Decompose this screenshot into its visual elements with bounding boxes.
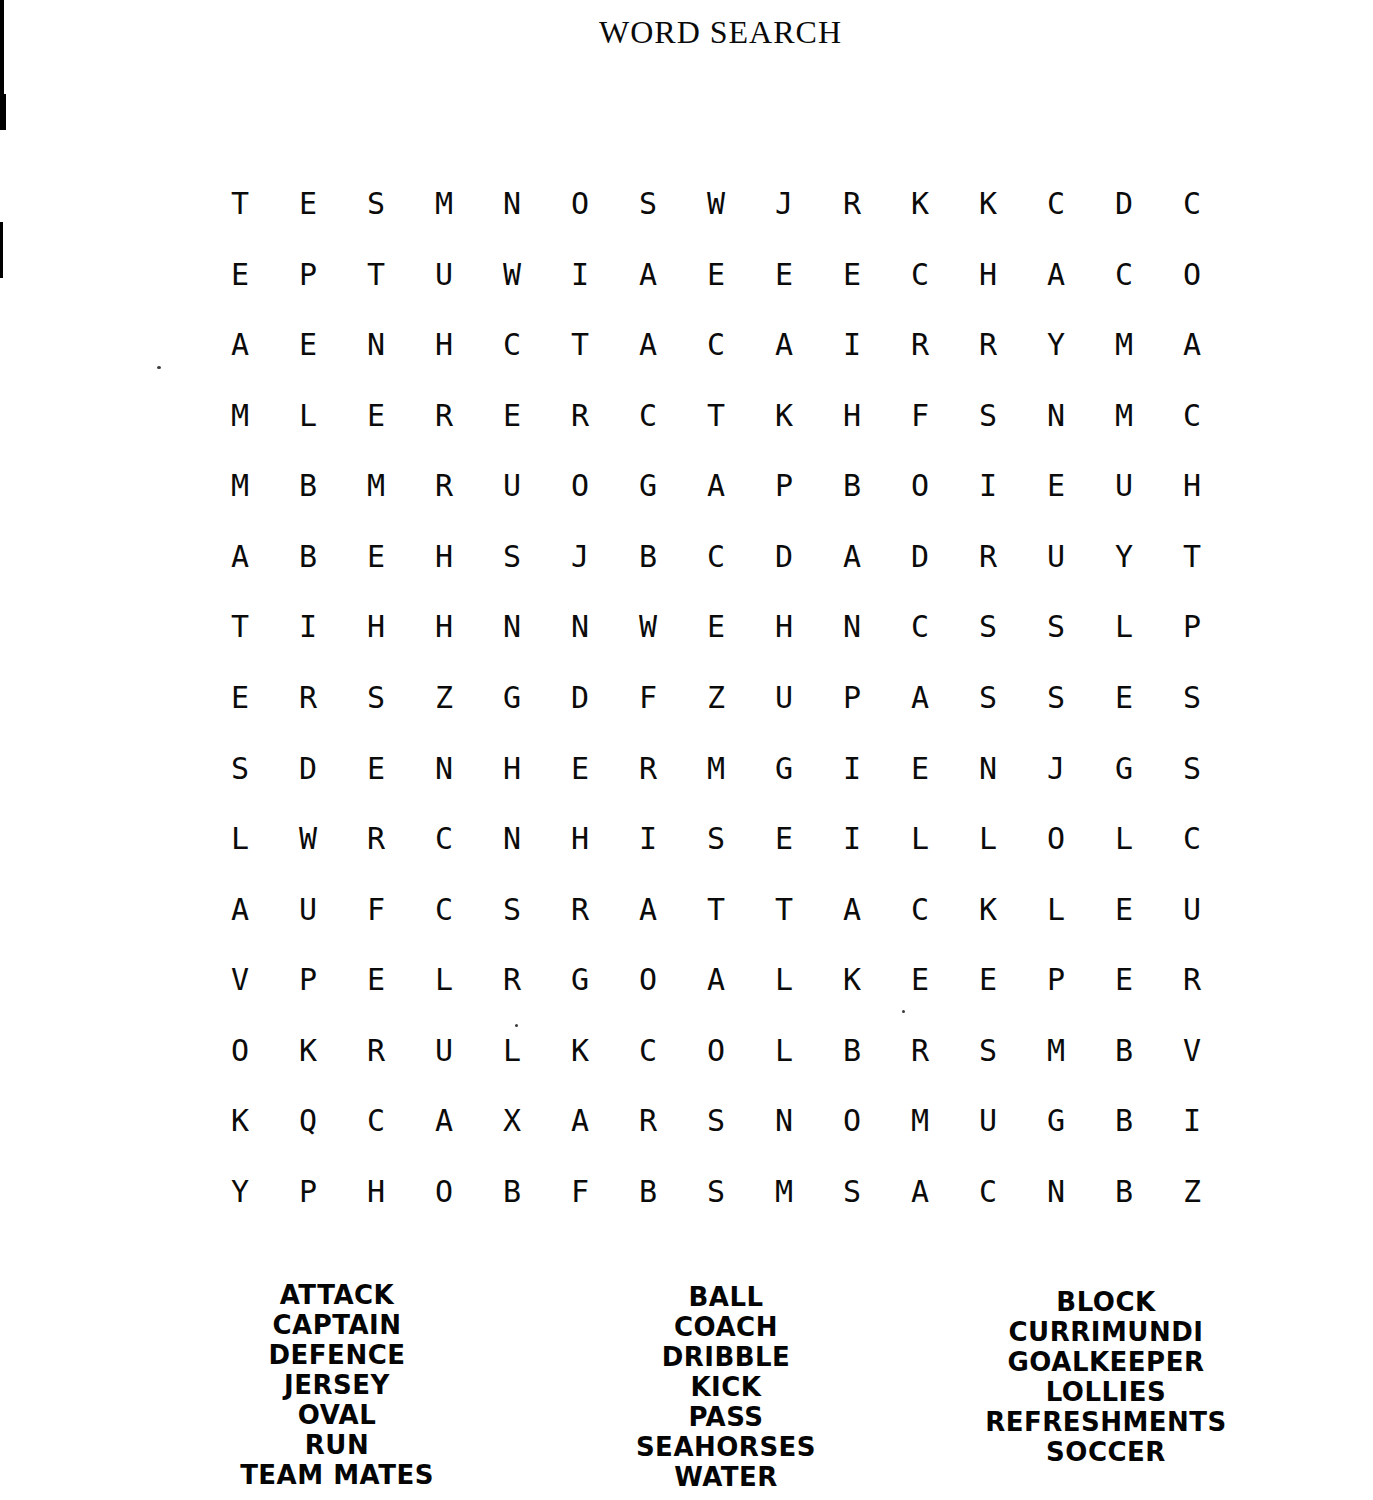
word-list-column-2: BALLCOACHDRIBBLEKICKPASSSEAHORSESWATER — [576, 1282, 876, 1492]
grid-cell-r6c10[interactable]: A — [818, 522, 886, 593]
grid-cell-r14c7[interactable]: R — [614, 1086, 682, 1157]
puzzle-title: WORD SEARCH — [599, 14, 842, 51]
grid-cell-r10c5[interactable]: N — [478, 804, 546, 875]
grid-cell-r13c9[interactable]: L — [750, 1015, 818, 1086]
grid-cell-r9c15[interactable]: S — [1158, 733, 1226, 804]
word-list-column-1: ATTACKCAPTAINDEFENCEJERSEYOVALRUNTEAM MA… — [187, 1280, 487, 1490]
grid-cell-r2c8[interactable]: E — [682, 240, 750, 311]
word-kick: KICK — [576, 1372, 876, 1402]
grid-cell-r1c11[interactable]: K — [886, 169, 954, 240]
grid-cell-r7c6[interactable]: N — [546, 592, 614, 663]
grid-cell-r11c13[interactable]: L — [1022, 874, 1090, 945]
grid-cell-r12c2[interactable]: P — [274, 945, 342, 1016]
grid-cell-r7c12[interactable]: S — [954, 592, 1022, 663]
grid-cell-r11c3[interactable]: F — [342, 874, 410, 945]
grid-cell-r2c7[interactable]: A — [614, 240, 682, 311]
scan-artifact-line — [0, 222, 3, 278]
grid-cell-r6c5[interactable]: S — [478, 522, 546, 593]
grid-cell-r6c7[interactable]: B — [614, 522, 682, 593]
grid-cell-r9c6[interactable]: E — [546, 733, 614, 804]
grid-cell-r4c12[interactable]: S — [954, 381, 1022, 452]
grid-cell-r8c7[interactable]: F — [614, 663, 682, 734]
grid-cell-r14c13[interactable]: G — [1022, 1086, 1090, 1157]
grid-cell-r9c2[interactable]: D — [274, 733, 342, 804]
grid-cell-r7c5[interactable]: N — [478, 592, 546, 663]
word-soccer: SOCCER — [946, 1437, 1266, 1467]
grid-cell-r15c4[interactable]: O — [410, 1156, 478, 1227]
grid-cell-r6c8[interactable]: C — [682, 522, 750, 593]
grid-cell-r10c7[interactable]: I — [614, 804, 682, 875]
word-jersey: JERSEY — [187, 1370, 487, 1400]
grid-cell-r12c5[interactable]: R — [478, 945, 546, 1016]
grid-cell-r12c14[interactable]: E — [1090, 945, 1158, 1016]
grid-cell-r9c10[interactable]: I — [818, 733, 886, 804]
grid-cell-r7c3[interactable]: H — [342, 592, 410, 663]
grid-cell-r6c1[interactable]: A — [206, 522, 274, 593]
grid-cell-r4c1[interactable]: M — [206, 381, 274, 452]
grid-cell-r7c11[interactable]: C — [886, 592, 954, 663]
word-currimundi: CURRIMUNDI — [946, 1317, 1266, 1347]
grid-cell-r3c11[interactable]: R — [886, 310, 954, 381]
grid-cell-r5c11[interactable]: O — [886, 451, 954, 522]
grid-cell-r3c2[interactable]: E — [274, 310, 342, 381]
word-refreshments: REFRESHMENTS — [946, 1407, 1266, 1437]
grid-cell-r1c3[interactable]: S — [342, 169, 410, 240]
grid-cell-r3c4[interactable]: H — [410, 310, 478, 381]
grid-cell-r11c4[interactable]: C — [410, 874, 478, 945]
grid-cell-r1c12[interactable]: K — [954, 169, 1022, 240]
grid-cell-r11c7[interactable]: A — [614, 874, 682, 945]
grid-cell-r10c15[interactable]: C — [1158, 804, 1226, 875]
grid-cell-r11c11[interactable]: C — [886, 874, 954, 945]
grid-cell-r7c14[interactable]: L — [1090, 592, 1158, 663]
grid-cell-r11c6[interactable]: R — [546, 874, 614, 945]
grid-cell-r4c15[interactable]: C — [1158, 381, 1226, 452]
grid-cell-r5c12[interactable]: I — [954, 451, 1022, 522]
grid-cell-r8c13[interactable]: S — [1022, 663, 1090, 734]
grid-cell-r5c14[interactable]: U — [1090, 451, 1158, 522]
grid-cell-r14c2[interactable]: Q — [274, 1086, 342, 1157]
grid-cell-r4c13[interactable]: N — [1022, 381, 1090, 452]
grid-cell-r12c6[interactable]: G — [546, 945, 614, 1016]
grid-cell-r7c10[interactable]: N — [818, 592, 886, 663]
grid-cell-r2c2[interactable]: P — [274, 240, 342, 311]
grid-cell-r15c15[interactable]: Z — [1158, 1156, 1226, 1227]
grid-cell-r8c8[interactable]: Z — [682, 663, 750, 734]
grid-cell-r12c4[interactable]: L — [410, 945, 478, 1016]
scan-artifact-blob — [0, 94, 6, 130]
grid-cell-r9c5[interactable]: H — [478, 733, 546, 804]
grid-cell-r13c8[interactable]: O — [682, 1015, 750, 1086]
grid-cell-r11c5[interactable]: S — [478, 874, 546, 945]
grid-cell-r9c9[interactable]: G — [750, 733, 818, 804]
grid-cell-r15c12[interactable]: C — [954, 1156, 1022, 1227]
grid-cell-r13c15[interactable]: V — [1158, 1015, 1226, 1086]
grid-cell-r13c12[interactable]: S — [954, 1015, 1022, 1086]
grid-cell-r4c2[interactable]: L — [274, 381, 342, 452]
grid-cell-r2c5[interactable]: W — [478, 240, 546, 311]
grid-cell-r14c5[interactable]: X — [478, 1086, 546, 1157]
grid-cell-r3c6[interactable]: T — [546, 310, 614, 381]
grid-cell-r1c9[interactable]: J — [750, 169, 818, 240]
grid-cell-r9c1[interactable]: S — [206, 733, 274, 804]
grid-cell-r14c3[interactable]: C — [342, 1086, 410, 1157]
grid-cell-r11c14[interactable]: E — [1090, 874, 1158, 945]
grid-cell-r4c7[interactable]: C — [614, 381, 682, 452]
grid-cell-r1c10[interactable]: R — [818, 169, 886, 240]
grid-cell-r2c15[interactable]: O — [1158, 240, 1226, 311]
grid-cell-r2c11[interactable]: C — [886, 240, 954, 311]
grid-cell-r6c9[interactable]: D — [750, 522, 818, 593]
grid-cell-r12c3[interactable]: E — [342, 945, 410, 1016]
grid-cell-r11c2[interactable]: U — [274, 874, 342, 945]
grid-cell-r14c15[interactable]: I — [1158, 1086, 1226, 1157]
grid-cell-r10c9[interactable]: E — [750, 804, 818, 875]
grid-cell-r12c9[interactable]: L — [750, 945, 818, 1016]
word-seahorses: SEAHORSES — [576, 1432, 876, 1462]
grid-cell-r13c5[interactable]: L — [478, 1015, 546, 1086]
grid-cell-r2c12[interactable]: H — [954, 240, 1022, 311]
grid-cell-r3c14[interactable]: M — [1090, 310, 1158, 381]
grid-cell-r1c14[interactable]: D — [1090, 169, 1158, 240]
grid-cell-r4c9[interactable]: K — [750, 381, 818, 452]
grid-cell-r11c10[interactable]: A — [818, 874, 886, 945]
grid-cell-r8c6[interactable]: D — [546, 663, 614, 734]
grid-cell-r5c2[interactable]: B — [274, 451, 342, 522]
grid-cell-r6c11[interactable]: D — [886, 522, 954, 593]
grid-cell-r5c15[interactable]: H — [1158, 451, 1226, 522]
grid-cell-r13c1[interactable]: O — [206, 1015, 274, 1086]
grid-cell-r9c8[interactable]: M — [682, 733, 750, 804]
grid-cell-r13c10[interactable]: B — [818, 1015, 886, 1086]
grid-cell-r7c2[interactable]: I — [274, 592, 342, 663]
grid-cell-r8c2[interactable]: R — [274, 663, 342, 734]
grid-cell-r3c12[interactable]: R — [954, 310, 1022, 381]
scan-speck — [157, 366, 161, 369]
grid-cell-r13c14[interactable]: B — [1090, 1015, 1158, 1086]
grid-cell-r12c12[interactable]: E — [954, 945, 1022, 1016]
grid-cell-r4c10[interactable]: H — [818, 381, 886, 452]
grid-cell-r15c14[interactable]: B — [1090, 1156, 1158, 1227]
grid-cell-r10c10[interactable]: I — [818, 804, 886, 875]
grid-cell-r10c6[interactable]: H — [546, 804, 614, 875]
grid-cell-r15c10[interactable]: S — [818, 1156, 886, 1227]
grid-cell-r6c12[interactable]: R — [954, 522, 1022, 593]
grid-cell-r12c7[interactable]: O — [614, 945, 682, 1016]
grid-cell-r3c9[interactable]: A — [750, 310, 818, 381]
grid-cell-r14c9[interactable]: N — [750, 1086, 818, 1157]
grid-cell-r9c4[interactable]: N — [410, 733, 478, 804]
grid-cell-r11c15[interactable]: U — [1158, 874, 1226, 945]
grid-cell-r9c12[interactable]: N — [954, 733, 1022, 804]
grid-cell-r5c6[interactable]: O — [546, 451, 614, 522]
grid-cell-r4c11[interactable]: F — [886, 381, 954, 452]
grid-cell-r4c6[interactable]: R — [546, 381, 614, 452]
grid-cell-r1c1[interactable]: T — [206, 169, 274, 240]
grid-cell-r5c13[interactable]: E — [1022, 451, 1090, 522]
grid-cell-r7c15[interactable]: P — [1158, 592, 1226, 663]
grid-cell-r15c5[interactable]: B — [478, 1156, 546, 1227]
grid-cell-r15c11[interactable]: A — [886, 1156, 954, 1227]
word-lollies: LOLLIES — [946, 1377, 1266, 1407]
word-oval: OVAL — [187, 1400, 487, 1430]
grid-cell-r7c9[interactable]: H — [750, 592, 818, 663]
grid-cell-r15c9[interactable]: M — [750, 1156, 818, 1227]
word-captain: CAPTAIN — [187, 1310, 487, 1340]
grid-cell-r8c4[interactable]: Z — [410, 663, 478, 734]
grid-cell-r15c13[interactable]: N — [1022, 1156, 1090, 1227]
grid-cell-r6c15[interactable]: T — [1158, 522, 1226, 593]
word-search-worksheet: WORD SEARCH TESMNOSWJRKKCDCEPTUWIAEEECHA… — [0, 0, 1373, 1500]
grid-cell-r5c9[interactable]: P — [750, 451, 818, 522]
grid-cell-r5c7[interactable]: G — [614, 451, 682, 522]
grid-cell-r11c8[interactable]: T — [682, 874, 750, 945]
grid-cell-r10c11[interactable]: L — [886, 804, 954, 875]
grid-cell-r13c13[interactable]: M — [1022, 1015, 1090, 1086]
grid-cell-r2c14[interactable]: C — [1090, 240, 1158, 311]
grid-cell-r6c2[interactable]: B — [274, 522, 342, 593]
grid-cell-r9c7[interactable]: R — [614, 733, 682, 804]
grid-cell-r4c8[interactable]: T — [682, 381, 750, 452]
word-ball: BALL — [576, 1282, 876, 1312]
grid-cell-r2c3[interactable]: T — [342, 240, 410, 311]
word-team-mates: TEAM MATES — [187, 1460, 487, 1490]
grid-cell-r6c13[interactable]: U — [1022, 522, 1090, 593]
grid-cell-r3c7[interactable]: A — [614, 310, 682, 381]
grid-cell-r10c4[interactable]: C — [410, 804, 478, 875]
grid-cell-r4c3[interactable]: E — [342, 381, 410, 452]
grid-cell-r5c5[interactable]: U — [478, 451, 546, 522]
grid-cell-r15c1[interactable]: Y — [206, 1156, 274, 1227]
grid-cell-r15c3[interactable]: H — [342, 1156, 410, 1227]
grid-cell-r8c9[interactable]: U — [750, 663, 818, 734]
word-block: BLOCK — [946, 1287, 1266, 1317]
grid-cell-r12c11[interactable]: E — [886, 945, 954, 1016]
grid-cell-r14c6[interactable]: A — [546, 1086, 614, 1157]
grid-cell-r8c1[interactable]: E — [206, 663, 274, 734]
grid-cell-r11c12[interactable]: K — [954, 874, 1022, 945]
grid-cell-r3c8[interactable]: C — [682, 310, 750, 381]
grid-cell-r14c11[interactable]: M — [886, 1086, 954, 1157]
grid-cell-r14c10[interactable]: O — [818, 1086, 886, 1157]
grid-cell-r14c8[interactable]: S — [682, 1086, 750, 1157]
grid-cell-r8c5[interactable]: G — [478, 663, 546, 734]
grid-cell-r15c2[interactable]: P — [274, 1156, 342, 1227]
word-coach: COACH — [576, 1312, 876, 1342]
grid-cell-r10c3[interactable]: R — [342, 804, 410, 875]
word-pass: PASS — [576, 1402, 876, 1432]
grid-cell-r9c14[interactable]: G — [1090, 733, 1158, 804]
grid-cell-r5c3[interactable]: M — [342, 451, 410, 522]
grid-cell-r10c13[interactable]: O — [1022, 804, 1090, 875]
grid-cell-r6c4[interactable]: H — [410, 522, 478, 593]
grid-cell-r1c2[interactable]: E — [274, 169, 342, 240]
grid-cell-r13c4[interactable]: U — [410, 1015, 478, 1086]
grid-cell-r10c1[interactable]: L — [206, 804, 274, 875]
grid-cell-r8c15[interactable]: S — [1158, 663, 1226, 734]
grid-cell-r14c14[interactable]: B — [1090, 1086, 1158, 1157]
grid-cell-r11c9[interactable]: T — [750, 874, 818, 945]
grid-cell-r10c12[interactable]: L — [954, 804, 1022, 875]
grid-cell-r1c5[interactable]: N — [478, 169, 546, 240]
grid-cell-r2c10[interactable]: E — [818, 240, 886, 311]
grid-cell-r2c1[interactable]: E — [206, 240, 274, 311]
grid-cell-r7c8[interactable]: E — [682, 592, 750, 663]
grid-cell-r8c11[interactable]: A — [886, 663, 954, 734]
grid-cell-r7c4[interactable]: H — [410, 592, 478, 663]
grid-cell-r3c15[interactable]: A — [1158, 310, 1226, 381]
grid-cell-r12c10[interactable]: K — [818, 945, 886, 1016]
grid-cell-r7c7[interactable]: W — [614, 592, 682, 663]
grid-cell-r3c3[interactable]: N — [342, 310, 410, 381]
grid-cell-r12c1[interactable]: V — [206, 945, 274, 1016]
grid-cell-r1c13[interactable]: C — [1022, 169, 1090, 240]
grid-cell-r13c7[interactable]: C — [614, 1015, 682, 1086]
grid-cell-r10c8[interactable]: S — [682, 804, 750, 875]
word-run: RUN — [187, 1430, 487, 1460]
grid-cell-r15c7[interactable]: B — [614, 1156, 682, 1227]
word-list-column-3: BLOCKCURRIMUNDIGOALKEEPERLOLLIESREFRESHM… — [946, 1287, 1266, 1467]
grid-cell-r14c4[interactable]: A — [410, 1086, 478, 1157]
grid-cell-r4c14[interactable]: M — [1090, 381, 1158, 452]
grid-cell-r7c1[interactable]: T — [206, 592, 274, 663]
grid-cell-r8c14[interactable]: E — [1090, 663, 1158, 734]
grid-cell-r13c3[interactable]: R — [342, 1015, 410, 1086]
grid-cell-r13c2[interactable]: K — [274, 1015, 342, 1086]
grid-cell-r2c6[interactable]: I — [546, 240, 614, 311]
word-attack: ATTACK — [187, 1280, 487, 1310]
grid-cell-r1c6[interactable]: O — [546, 169, 614, 240]
grid-cell-r2c13[interactable]: A — [1022, 240, 1090, 311]
grid-cell-r6c14[interactable]: Y — [1090, 522, 1158, 593]
grid-cell-r4c5[interactable]: E — [478, 381, 546, 452]
grid-cell-r1c8[interactable]: W — [682, 169, 750, 240]
grid-cell-r2c9[interactable]: E — [750, 240, 818, 311]
grid-cell-r14c1[interactable]: K — [206, 1086, 274, 1157]
word-goalkeeper: GOALKEEPER — [946, 1347, 1266, 1377]
grid-cell-r8c10[interactable]: P — [818, 663, 886, 734]
grid-cell-r5c4[interactable]: R — [410, 451, 478, 522]
grid-cell-r1c4[interactable]: M — [410, 169, 478, 240]
grid-cell-r5c1[interactable]: M — [206, 451, 274, 522]
grid-cell-r15c8[interactable]: S — [682, 1156, 750, 1227]
scan-artifact-line — [0, 0, 4, 94]
grid-cell-r7c13[interactable]: S — [1022, 592, 1090, 663]
grid-cell-r10c14[interactable]: L — [1090, 804, 1158, 875]
grid-cell-r4c4[interactable]: R — [410, 381, 478, 452]
grid-cell-r12c8[interactable]: A — [682, 945, 750, 1016]
word-search-grid: TESMNOSWJRKKCDCEPTUWIAEEECHACOAENHCTACAI… — [206, 169, 1226, 1227]
grid-cell-r15c6[interactable]: F — [546, 1156, 614, 1227]
grid-cell-r3c10[interactable]: I — [818, 310, 886, 381]
word-water: WATER — [576, 1462, 876, 1492]
grid-cell-r3c13[interactable]: Y — [1022, 310, 1090, 381]
grid-cell-r8c12[interactable]: S — [954, 663, 1022, 734]
grid-cell-r12c13[interactable]: P — [1022, 945, 1090, 1016]
grid-cell-r3c5[interactable]: C — [478, 310, 546, 381]
grid-cell-r2c4[interactable]: U — [410, 240, 478, 311]
word-dribble: DRIBBLE — [576, 1342, 876, 1372]
grid-cell-r14c12[interactable]: U — [954, 1086, 1022, 1157]
grid-cell-r9c13[interactable]: J — [1022, 733, 1090, 804]
grid-cell-r5c8[interactable]: A — [682, 451, 750, 522]
grid-cell-r5c10[interactable]: B — [818, 451, 886, 522]
grid-cell-r1c15[interactable]: C — [1158, 169, 1226, 240]
grid-cell-r9c11[interactable]: E — [886, 733, 954, 804]
grid-cell-r13c6[interactable]: K — [546, 1015, 614, 1086]
grid-cell-r3c1[interactable]: A — [206, 310, 274, 381]
word-defence: DEFENCE — [187, 1340, 487, 1370]
grid-cell-r13c11[interactable]: R — [886, 1015, 954, 1086]
grid-cell-r10c2[interactable]: W — [274, 804, 342, 875]
grid-cell-r6c6[interactable]: J — [546, 522, 614, 593]
grid-cell-r11c1[interactable]: A — [206, 874, 274, 945]
grid-cell-r9c3[interactable]: E — [342, 733, 410, 804]
grid-cell-r1c7[interactable]: S — [614, 169, 682, 240]
grid-cell-r12c15[interactable]: R — [1158, 945, 1226, 1016]
grid-cell-r8c3[interactable]: S — [342, 663, 410, 734]
grid-cell-r6c3[interactable]: E — [342, 522, 410, 593]
